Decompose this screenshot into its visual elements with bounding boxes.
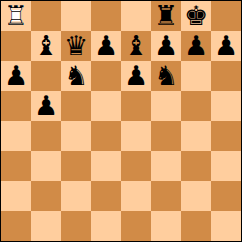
square-a6[interactable]: ♟ [1, 61, 31, 91]
white-rook-outline: ♖ [1, 1, 31, 31]
square-f2[interactable] [151, 181, 181, 211]
black-pawn-glyph: ♟ [181, 31, 211, 61]
square-h2[interactable] [211, 181, 241, 211]
square-e8[interactable] [121, 1, 151, 31]
square-b6[interactable] [31, 61, 61, 91]
chess-board: ♜♖♜♚♝♛♟♝♟♟♟♟♞♟♞♟ [1, 1, 241, 241]
black-pawn-glyph: ♟ [151, 31, 181, 61]
square-e7[interactable]: ♝ [121, 31, 151, 61]
piece-black-pawn: ♟ [211, 31, 241, 61]
square-d3[interactable] [91, 151, 121, 181]
square-g6[interactable] [181, 61, 211, 91]
square-h5[interactable] [211, 91, 241, 121]
black-pawn-glyph: ♟ [1, 61, 31, 91]
square-b8[interactable] [31, 1, 61, 31]
square-a8[interactable]: ♜♖ [1, 1, 31, 31]
square-h6[interactable] [211, 61, 241, 91]
square-e4[interactable] [121, 121, 151, 151]
square-b7[interactable]: ♝ [31, 31, 61, 61]
black-rook-glyph: ♜ [151, 1, 181, 31]
black-pawn-glyph: ♟ [211, 31, 241, 61]
square-c1[interactable] [61, 211, 91, 241]
piece-black-knight: ♞ [151, 61, 181, 91]
square-c4[interactable] [61, 121, 91, 151]
square-c7[interactable]: ♛ [61, 31, 91, 61]
square-g3[interactable] [181, 151, 211, 181]
square-e1[interactable] [121, 211, 151, 241]
square-f5[interactable] [151, 91, 181, 121]
square-d1[interactable] [91, 211, 121, 241]
square-a3[interactable] [1, 151, 31, 181]
piece-black-pawn: ♟ [121, 61, 151, 91]
piece-black-knight: ♞ [61, 61, 91, 91]
square-g8[interactable]: ♚ [181, 1, 211, 31]
piece-white-rook: ♜♖ [1, 1, 31, 31]
square-g1[interactable] [181, 211, 211, 241]
square-d6[interactable] [91, 61, 121, 91]
square-f7[interactable]: ♟ [151, 31, 181, 61]
square-h8[interactable] [211, 1, 241, 31]
square-a4[interactable] [1, 121, 31, 151]
black-pawn-glyph: ♟ [91, 31, 121, 61]
piece-black-bishop: ♝ [121, 31, 151, 61]
square-a1[interactable] [1, 211, 31, 241]
square-d2[interactable] [91, 181, 121, 211]
square-e5[interactable] [121, 91, 151, 121]
square-b3[interactable] [31, 151, 61, 181]
square-c3[interactable] [61, 151, 91, 181]
square-h7[interactable]: ♟ [211, 31, 241, 61]
square-d4[interactable] [91, 121, 121, 151]
piece-black-queen: ♛ [61, 31, 91, 61]
black-bishop-glyph: ♝ [121, 31, 151, 61]
square-g2[interactable] [181, 181, 211, 211]
square-f1[interactable] [151, 211, 181, 241]
chess-board-frame: ♜♖♜♚♝♛♟♝♟♟♟♟♞♟♞♟ [0, 0, 242, 242]
square-a7[interactable] [1, 31, 31, 61]
square-d7[interactable]: ♟ [91, 31, 121, 61]
square-b2[interactable] [31, 181, 61, 211]
square-c5[interactable] [61, 91, 91, 121]
square-e6[interactable]: ♟ [121, 61, 151, 91]
square-a2[interactable] [1, 181, 31, 211]
square-g7[interactable]: ♟ [181, 31, 211, 61]
piece-black-pawn: ♟ [1, 61, 31, 91]
square-f8[interactable]: ♜ [151, 1, 181, 31]
square-b4[interactable] [31, 121, 61, 151]
piece-black-rook: ♜ [151, 1, 181, 31]
piece-black-pawn: ♟ [151, 31, 181, 61]
square-c8[interactable] [61, 1, 91, 31]
piece-black-pawn: ♟ [31, 91, 61, 121]
piece-black-king: ♚ [181, 1, 211, 31]
black-pawn-glyph: ♟ [121, 61, 151, 91]
square-g4[interactable] [181, 121, 211, 151]
square-b1[interactable] [31, 211, 61, 241]
black-knight-glyph: ♞ [151, 61, 181, 91]
black-bishop-glyph: ♝ [31, 31, 61, 61]
square-d5[interactable] [91, 91, 121, 121]
piece-black-pawn: ♟ [181, 31, 211, 61]
square-d8[interactable] [91, 1, 121, 31]
square-a5[interactable] [1, 91, 31, 121]
square-h1[interactable] [211, 211, 241, 241]
square-e2[interactable] [121, 181, 151, 211]
square-h4[interactable] [211, 121, 241, 151]
square-e3[interactable] [121, 151, 151, 181]
piece-black-bishop: ♝ [31, 31, 61, 61]
piece-black-pawn: ♟ [91, 31, 121, 61]
black-knight-glyph: ♞ [61, 61, 91, 91]
square-f6[interactable]: ♞ [151, 61, 181, 91]
square-c2[interactable] [61, 181, 91, 211]
square-b5[interactable]: ♟ [31, 91, 61, 121]
square-f4[interactable] [151, 121, 181, 151]
black-king-glyph: ♚ [181, 1, 211, 31]
square-f3[interactable] [151, 151, 181, 181]
square-g5[interactable] [181, 91, 211, 121]
square-c6[interactable]: ♞ [61, 61, 91, 91]
black-queen-glyph: ♛ [61, 31, 91, 61]
square-h3[interactable] [211, 151, 241, 181]
black-pawn-glyph: ♟ [31, 91, 61, 121]
